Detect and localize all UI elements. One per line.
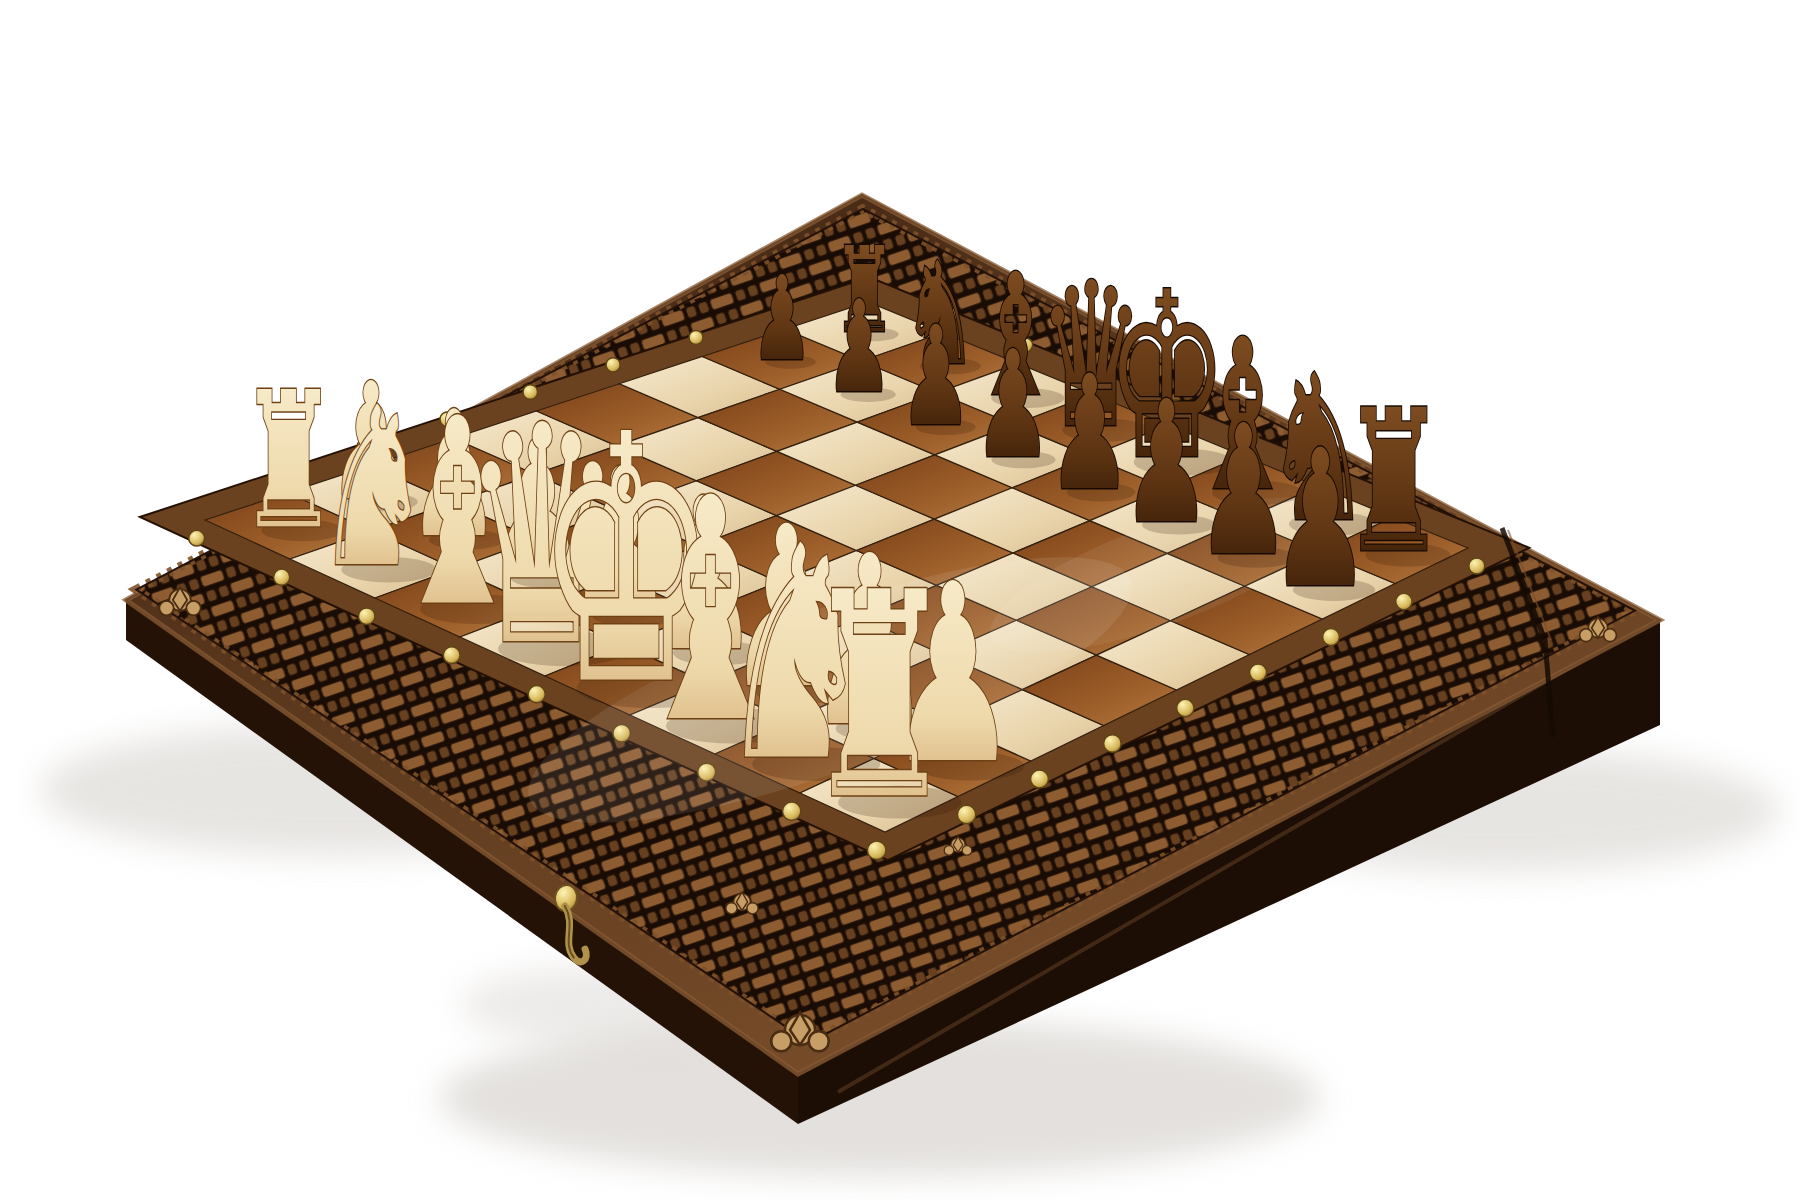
piece-black-pawn-e7: ♟ [1047,341,1131,526]
chess-set-photo: ♜♟♞♟♝♟♛♟♚♝♟♟♞♟♜♟♜♟♞♟♟♝♟♛♟♚♟♝♟♞♟♜ [0,0,1800,1200]
photo-frame: ♜♟♞♟♝♟♛♟♚♝♟♟♞♟♜♟♜♟♞♟♟♝♟♛♟♚♟♝♟♞♟♜ [0,0,1800,1200]
piece-white-rook-h1: ♜ [804,531,955,862]
piece-black-pawn-a7: ♟ [751,251,813,387]
brass-stud [1177,699,1194,716]
brass-stud [274,569,290,585]
brass-stud [1104,735,1122,753]
brass-stud [1250,664,1267,681]
brass-stud [689,331,703,345]
piece-black-pawn-c7: ♟ [899,296,972,456]
piece-black-pawn-h7: ♟ [1270,409,1371,630]
piece-black-pawn-b7: ♟ [825,273,893,421]
brass-stud [1323,629,1340,646]
brass-stud [1031,770,1049,788]
brass-stud [189,530,205,546]
brass-stud [1469,558,1485,574]
piece-black-pawn-d7: ♟ [973,319,1052,492]
